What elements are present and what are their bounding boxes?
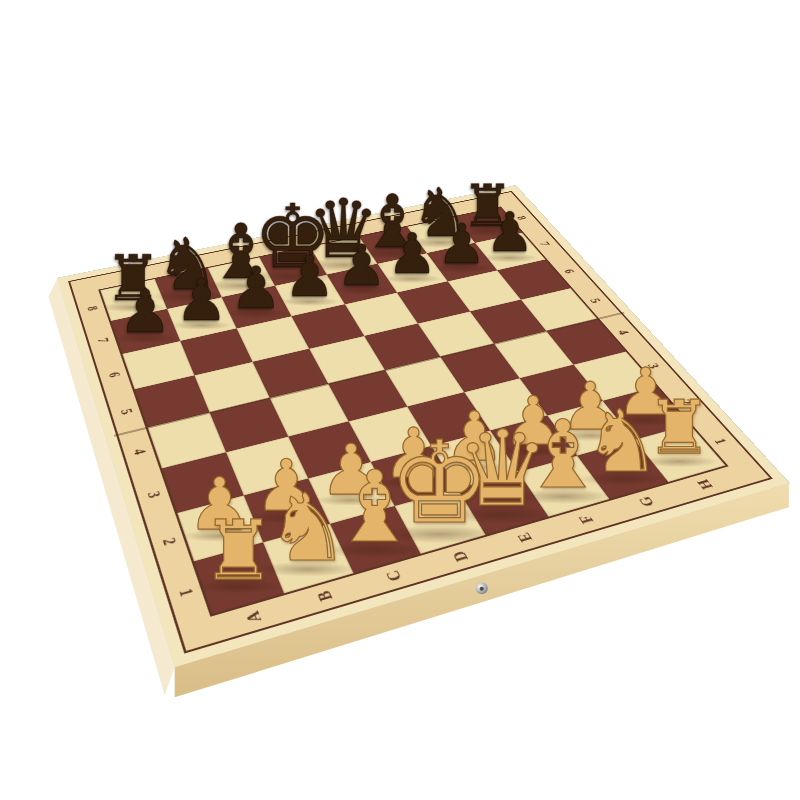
chess-board: 8877665544332211ABCDEFGH xyxy=(57,186,788,668)
rank-label-text: 2 xyxy=(160,536,179,547)
file-label-text: D xyxy=(449,549,471,563)
rank-label-text: 5 xyxy=(118,407,135,415)
rank-label-text: 4 xyxy=(131,447,149,456)
rank-label-text: 1 xyxy=(176,586,196,598)
rank-label-text: 8 xyxy=(514,215,528,221)
file-label-text: H xyxy=(695,477,717,490)
rank-label-text: 4 xyxy=(615,328,631,335)
board-scene: 8877665544332211ABCDEFGH xyxy=(0,0,800,800)
rank-label-text: 6 xyxy=(106,371,122,379)
rank-label-text: 7 xyxy=(537,241,552,247)
rank-label-text: 7 xyxy=(95,336,111,343)
chess-board-frame: 8877665544332211ABCDEFGH xyxy=(68,191,773,654)
file-label-text: E xyxy=(514,531,535,544)
rank-label-text: 8 xyxy=(85,305,100,312)
file-label-text: C xyxy=(383,568,405,582)
file-label-text: A xyxy=(242,609,264,624)
file-label-text: B xyxy=(314,589,335,603)
rank-label-text: 3 xyxy=(645,362,662,370)
rank-label-text: 3 xyxy=(145,489,164,499)
rank-label-text: 1 xyxy=(711,436,729,445)
rank-label-text: 5 xyxy=(587,297,603,304)
file-label-text: F xyxy=(577,513,597,525)
rank-label-text: 6 xyxy=(561,268,576,274)
rank-label-text: 2 xyxy=(677,398,695,406)
file-label-text: G xyxy=(636,494,658,507)
photo-background: 8877665544332211ABCDEFGH ♜♞♝♚♛♝♞♜♟♟♟♟♟♟♟… xyxy=(0,0,800,800)
